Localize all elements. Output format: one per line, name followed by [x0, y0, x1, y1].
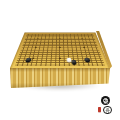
go-board-grid [10, 33, 110, 68]
product-photo: 碁 舟 [0, 0, 120, 120]
vendor-badge-top-glyph: 碁 [103, 97, 108, 105]
vendor-logo: 碁 舟 [94, 96, 116, 118]
board-intersection [71, 62, 76, 64]
stone-black-Q3 [84, 58, 90, 63]
board-intersection [26, 59, 31, 61]
vendor-badge-bottom-glyph: 舟 [105, 106, 110, 113]
vendor-badge-black-stone: 碁 [101, 96, 110, 105]
board-front-face [10, 68, 110, 89]
vendor-red-seal-icon [98, 107, 102, 112]
board-intersection [85, 59, 90, 61]
stone-black-N2 [71, 60, 77, 65]
board-intersection [100, 64, 106, 66]
vendor-badge-white-stone: 舟 [103, 106, 112, 115]
